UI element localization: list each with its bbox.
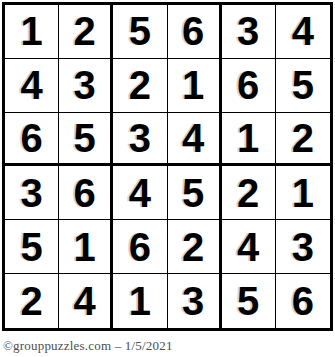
cell-r3c1: 6: [5, 113, 59, 167]
cell-r6c3: 1: [113, 274, 167, 328]
cell-r3c3: 3: [113, 113, 167, 167]
cell-r5c1: 5: [5, 220, 59, 274]
cell-r1c2: 2: [59, 5, 113, 59]
cell-r1c3: 5: [113, 5, 167, 59]
cell-r2c1: 4: [5, 59, 59, 113]
sudoku-grid: 125634432165653412364521516243241356: [2, 2, 333, 331]
cell-r4c6: 1: [276, 166, 330, 220]
cell-r2c2: 3: [59, 59, 113, 113]
cell-r3c6: 2: [276, 113, 330, 167]
puzzle-page: 125634432165653412364521516243241356 ©gr…: [0, 0, 335, 357]
cell-r4c2: 6: [59, 166, 113, 220]
cell-r4c1: 3: [5, 166, 59, 220]
cell-r4c4: 5: [168, 166, 222, 220]
cell-r5c3: 6: [113, 220, 167, 274]
cell-r2c6: 5: [276, 59, 330, 113]
copyright-footer: ©grouppuzzles.com – 1/5/2021: [3, 338, 333, 354]
cell-r1c5: 3: [222, 5, 276, 59]
cell-r5c5: 4: [222, 220, 276, 274]
cell-r6c6: 6: [276, 274, 330, 328]
cell-r1c6: 4: [276, 5, 330, 59]
cell-r3c4: 4: [168, 113, 222, 167]
cell-r4c5: 2: [222, 166, 276, 220]
cell-r3c5: 1: [222, 113, 276, 167]
cell-r1c1: 1: [5, 5, 59, 59]
cell-r4c3: 4: [113, 166, 167, 220]
cell-r6c5: 5: [222, 274, 276, 328]
cell-r5c4: 2: [168, 220, 222, 274]
cell-r6c2: 4: [59, 274, 113, 328]
cell-r6c1: 2: [5, 274, 59, 328]
cell-r2c4: 1: [168, 59, 222, 113]
cell-r5c2: 1: [59, 220, 113, 274]
cell-r6c4: 3: [168, 274, 222, 328]
cell-r3c2: 5: [59, 113, 113, 167]
cell-r5c6: 3: [276, 220, 330, 274]
cell-r2c3: 2: [113, 59, 167, 113]
cell-r2c5: 6: [222, 59, 276, 113]
cell-r1c4: 6: [168, 5, 222, 59]
